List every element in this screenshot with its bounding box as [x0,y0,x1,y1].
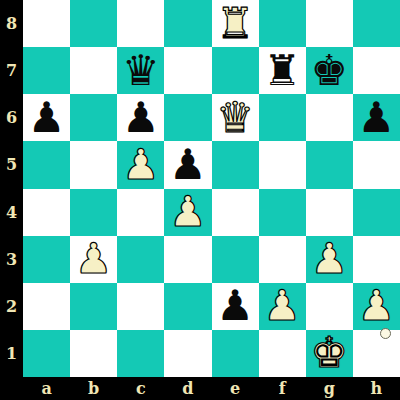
square-d2[interactable] [164,283,211,330]
black-king-icon[interactable]: ♚︎ [310,50,348,92]
square-g6[interactable] [306,94,353,141]
square-a8[interactable] [23,0,70,47]
square-h3[interactable] [353,236,400,283]
square-e4[interactable] [212,189,259,236]
square-b8[interactable] [70,0,117,47]
rank-label-4: 4 [0,189,23,236]
black-pawn-icon[interactable]: ♟︎ [169,144,207,186]
square-c5[interactable]: ♟︎ [117,141,164,188]
file-label-d: d [164,377,211,400]
rank-label-8: 8 [0,0,23,47]
square-e8[interactable]: ♜︎ [212,0,259,47]
chess-board[interactable]: ♜︎♛︎♜︎♚︎♟︎♟︎♛︎♟︎♟︎♟︎♟︎♟︎♟︎♟︎♟︎♟︎♚︎ [23,0,400,377]
black-pawn-icon[interactable]: ♟︎ [28,97,66,139]
square-e6[interactable]: ♛︎ [212,94,259,141]
square-h2[interactable]: ♟︎ [353,283,400,330]
white-pawn-icon[interactable]: ♟︎ [122,144,160,186]
square-b4[interactable] [70,189,117,236]
square-a2[interactable] [23,283,70,330]
rank-label-6: 6 [0,94,23,141]
rank-label-7: 7 [0,47,23,94]
square-h8[interactable] [353,0,400,47]
square-c3[interactable] [117,236,164,283]
white-pawn-icon[interactable]: ♟︎ [169,191,207,233]
white-rook-icon[interactable]: ♜︎ [216,3,254,45]
square-e3[interactable] [212,236,259,283]
square-a1[interactable] [23,330,70,377]
square-f7[interactable]: ♜︎ [259,47,306,94]
square-g3[interactable]: ♟︎ [306,236,353,283]
square-f2[interactable]: ♟︎ [259,283,306,330]
white-pawn-icon[interactable]: ♟︎ [75,238,113,280]
file-labels: abcdefgh [23,377,400,400]
square-e5[interactable] [212,141,259,188]
move-hint-marker [380,328,391,339]
square-c8[interactable] [117,0,164,47]
square-c1[interactable] [117,330,164,377]
square-g5[interactable] [306,141,353,188]
square-h4[interactable] [353,189,400,236]
square-b1[interactable] [70,330,117,377]
square-g8[interactable] [306,0,353,47]
square-c6[interactable]: ♟︎ [117,94,164,141]
square-d7[interactable] [164,47,211,94]
file-label-g: g [306,377,353,400]
square-h5[interactable] [353,141,400,188]
square-f4[interactable] [259,189,306,236]
square-h7[interactable] [353,47,400,94]
square-g4[interactable] [306,189,353,236]
rank-label-3: 3 [0,236,23,283]
rank-label-1: 1 [0,330,23,377]
square-e2[interactable]: ♟︎ [212,283,259,330]
square-f3[interactable] [259,236,306,283]
square-d3[interactable] [164,236,211,283]
square-b7[interactable] [70,47,117,94]
square-g7[interactable]: ♚︎ [306,47,353,94]
square-c4[interactable] [117,189,164,236]
square-a6[interactable]: ♟︎ [23,94,70,141]
chess-board-frame: 87654321 ♜︎♛︎♜︎♚︎♟︎♟︎♛︎♟︎♟︎♟︎♟︎♟︎♟︎♟︎♟︎♟… [0,0,400,400]
square-a5[interactable] [23,141,70,188]
square-d8[interactable] [164,0,211,47]
square-a7[interactable] [23,47,70,94]
square-b5[interactable] [70,141,117,188]
black-pawn-icon[interactable]: ♟︎ [216,285,254,327]
square-a4[interactable] [23,189,70,236]
file-label-e: e [212,377,259,400]
white-pawn-icon[interactable]: ♟︎ [263,285,301,327]
square-e7[interactable] [212,47,259,94]
square-f5[interactable] [259,141,306,188]
white-queen-icon[interactable]: ♛︎ [216,97,254,139]
black-pawn-icon[interactable]: ♟︎ [122,97,160,139]
square-d4[interactable]: ♟︎ [164,189,211,236]
square-c7[interactable]: ♛︎ [117,47,164,94]
square-f6[interactable] [259,94,306,141]
black-pawn-icon[interactable]: ♟︎ [358,97,396,139]
square-d1[interactable] [164,330,211,377]
square-f1[interactable] [259,330,306,377]
file-label-c: c [117,377,164,400]
frame-corner [0,377,23,400]
rank-label-5: 5 [0,141,23,188]
square-d5[interactable]: ♟︎ [164,141,211,188]
square-b6[interactable] [70,94,117,141]
file-label-b: b [70,377,117,400]
black-rook-icon[interactable]: ♜︎ [263,50,301,92]
square-d6[interactable] [164,94,211,141]
square-b3[interactable]: ♟︎ [70,236,117,283]
black-queen-icon[interactable]: ♛︎ [122,50,160,92]
white-king-icon[interactable]: ♚︎ [310,332,348,374]
white-pawn-icon[interactable]: ♟︎ [358,285,396,327]
square-g1[interactable]: ♚︎ [306,330,353,377]
white-pawn-icon[interactable]: ♟︎ [310,238,348,280]
square-h6[interactable]: ♟︎ [353,94,400,141]
rank-labels: 87654321 [0,0,23,377]
file-label-h: h [353,377,400,400]
file-label-f: f [259,377,306,400]
square-g2[interactable] [306,283,353,330]
square-a3[interactable] [23,236,70,283]
rank-label-2: 2 [0,283,23,330]
square-c2[interactable] [117,283,164,330]
square-f8[interactable] [259,0,306,47]
square-e1[interactable] [212,330,259,377]
square-b2[interactable] [70,283,117,330]
square-h1[interactable] [353,330,400,377]
file-label-a: a [23,377,70,400]
